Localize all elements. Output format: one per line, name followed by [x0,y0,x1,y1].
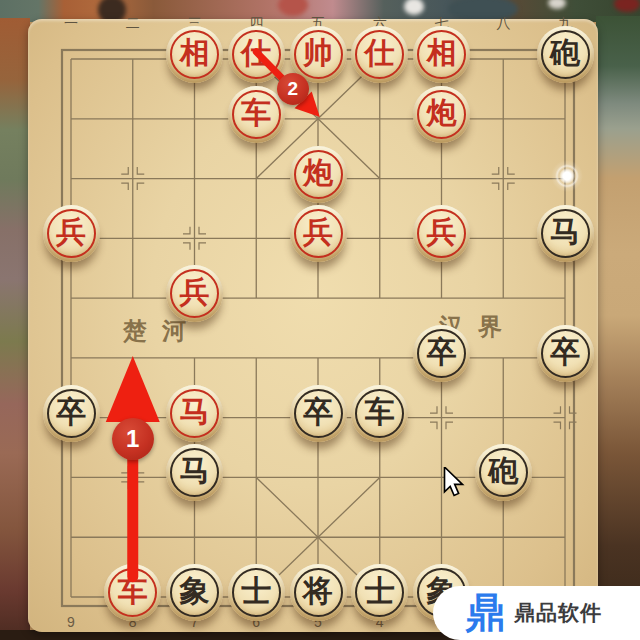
piece-red-仕[interactable]: 仕 [351,26,408,83]
piece-glyph: 炮 [427,98,457,128]
piece-ring: 卒 [417,329,466,378]
piece-black-将[interactable]: 将 [290,564,347,621]
piece-ring: 马 [170,448,219,497]
piece-ring: 象 [170,568,219,617]
piece-glyph: 卒 [550,337,580,367]
piece-ring: 兵 [294,209,343,258]
piece-ring: 将 [294,568,343,617]
watermark-brand: 鼎品软件 [514,599,602,627]
piece-red-马[interactable]: 马 [166,385,223,442]
piece-glyph: 帅 [303,38,333,68]
piece-ring: 卒 [294,389,343,438]
piece-ring: 兵 [47,209,96,258]
piece-glyph: 仕 [241,38,271,68]
piece-red-炮[interactable]: 炮 [413,86,470,143]
piece-ring: 车 [232,90,281,139]
piece-glyph: 兵 [180,277,210,307]
piece-ring: 士 [232,568,281,617]
piece-red-兵[interactable]: 兵 [413,205,470,262]
piece-glyph: 将 [303,576,333,606]
piece-black-士[interactable]: 士 [351,564,408,621]
piece-black-卒[interactable]: 卒 [290,385,347,442]
piece-glyph: 马 [180,397,210,427]
piece-glyph: 马 [180,456,210,486]
figure-white [404,0,424,15]
piece-glyph: 马 [550,217,580,247]
piece-black-卒[interactable]: 卒 [413,325,470,382]
xiangqi-game-screen: { "game": "xiangqi", "app_context": "Chi… [0,0,640,640]
piece-glyph: 士 [365,576,395,606]
piece-ring: 兵 [417,209,466,258]
piece-glyph: 兵 [303,217,333,247]
piece-glyph: 卒 [56,397,86,427]
red-lantern [278,0,308,16]
figure-white-2 [548,0,566,9]
piece-glyph: 车 [365,397,395,427]
file-label-top-2: 二 [126,15,140,33]
piece-ring: 士 [355,568,404,617]
piece-red-仕[interactable]: 仕 [228,26,285,83]
piece-glyph: 砲 [488,456,518,486]
piece-ring: 炮 [294,150,343,199]
move-badge-1: 1 [112,418,154,460]
piece-black-卒[interactable]: 卒 [537,325,594,382]
piece-black-砲[interactable]: 砲 [537,26,594,83]
file-label-top-8: 八 [496,15,510,33]
piece-red-车[interactable]: 车 [228,86,285,143]
piece-ring: 卒 [541,329,590,378]
piece-red-炮[interactable]: 炮 [290,146,347,203]
object-dark-red [614,0,640,12]
background-scenery-right [596,16,640,640]
file-label-bottom-1: 9 [67,614,75,630]
piece-ring: 仕 [232,30,281,79]
piece-ring: 炮 [417,90,466,139]
piece-glyph: 卒 [427,337,457,367]
piece-ring: 砲 [479,448,528,497]
piece-red-兵[interactable]: 兵 [290,205,347,262]
piece-ring: 兵 [170,269,219,318]
piece-glyph: 士 [241,576,271,606]
piece-ring: 砲 [541,30,590,79]
piece-glyph: 仕 [365,38,395,68]
piece-glyph: 车 [241,98,271,128]
watermark-logo-icon: 鼎 [465,593,505,633]
piece-ring: 帅 [294,30,343,79]
piece-ring: 卒 [47,389,96,438]
piece-ring: 车 [355,389,404,438]
piece-ring: 车 [108,568,157,617]
piece-glyph: 相 [427,38,457,68]
piece-glyph: 炮 [303,158,333,188]
background-scenery-left [0,18,30,640]
piece-ring: 马 [541,209,590,258]
piece-glyph: 相 [180,38,210,68]
piece-glyph: 象 [180,576,210,606]
piece-ring: 马 [170,389,219,438]
move-badge-2: 2 [277,73,309,105]
piece-black-象[interactable]: 象 [166,564,223,621]
piece-black-马[interactable]: 马 [537,205,594,262]
piece-ring: 相 [170,30,219,79]
highlight-glow [550,159,584,193]
file-label-top-1: 一 [64,15,78,33]
piece-glyph: 兵 [56,217,86,247]
watermark: 鼎 鼎品软件 [433,586,640,640]
piece-black-砲[interactable]: 砲 [475,444,532,501]
piece-ring: 仕 [355,30,404,79]
piece-glyph: 兵 [427,217,457,247]
piece-glyph: 砲 [550,38,580,68]
piece-red-相[interactable]: 相 [413,26,470,83]
piece-black-车[interactable]: 车 [351,385,408,442]
piece-red-相[interactable]: 相 [166,26,223,83]
piece-red-车[interactable]: 车 [104,564,161,621]
piece-black-卒[interactable]: 卒 [43,385,100,442]
piece-glyph: 卒 [303,397,333,427]
piece-red-兵[interactable]: 兵 [43,205,100,262]
piece-red-兵[interactable]: 兵 [166,265,223,322]
piece-black-士[interactable]: 士 [228,564,285,621]
piece-glyph: 车 [118,576,148,606]
piece-ring: 相 [417,30,466,79]
